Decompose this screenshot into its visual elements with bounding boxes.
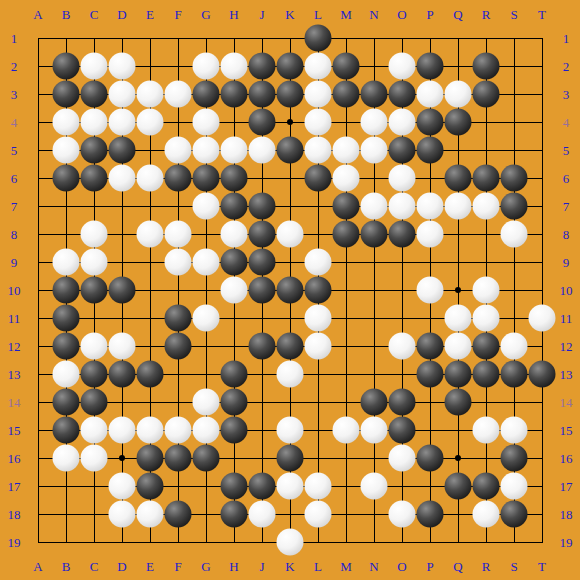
intersection-F17[interactable] [164,472,192,500]
intersection-A4[interactable] [24,108,52,136]
intersection-D10[interactable] [108,276,136,304]
intersection-C9[interactable] [80,248,108,276]
intersection-R10[interactable] [472,276,500,304]
intersection-T2[interactable] [528,52,556,80]
intersection-C15[interactable] [80,416,108,444]
intersection-J2[interactable] [248,52,276,80]
intersection-C10[interactable] [80,276,108,304]
intersection-N18[interactable] [360,500,388,528]
intersection-R8[interactable] [472,220,500,248]
intersection-F13[interactable] [164,360,192,388]
intersection-K10[interactable] [276,276,304,304]
intersection-Q5[interactable] [444,136,472,164]
intersection-O1[interactable] [388,24,416,52]
intersection-M11[interactable] [332,304,360,332]
intersection-Q19[interactable] [444,528,472,556]
intersection-L2[interactable] [304,52,332,80]
intersection-P6[interactable] [416,164,444,192]
intersection-R11[interactable] [472,304,500,332]
intersection-K16[interactable] [276,444,304,472]
intersection-R5[interactable] [472,136,500,164]
intersection-R17[interactable] [472,472,500,500]
intersection-A13[interactable] [24,360,52,388]
intersection-Q17[interactable] [444,472,472,500]
intersection-H1[interactable] [220,24,248,52]
intersection-J9[interactable] [248,248,276,276]
intersection-T8[interactable] [528,220,556,248]
intersection-D3[interactable] [108,80,136,108]
intersection-R12[interactable] [472,332,500,360]
intersection-B14[interactable] [52,388,80,416]
intersection-D19[interactable] [108,528,136,556]
intersection-K17[interactable] [276,472,304,500]
intersection-O11[interactable] [388,304,416,332]
intersection-P8[interactable] [416,220,444,248]
intersection-K8[interactable] [276,220,304,248]
intersection-S19[interactable] [500,528,528,556]
intersection-N14[interactable] [360,388,388,416]
intersection-G3[interactable] [192,80,220,108]
intersection-D18[interactable] [108,500,136,528]
intersection-G13[interactable] [192,360,220,388]
intersection-B17[interactable] [52,472,80,500]
intersection-G19[interactable] [192,528,220,556]
intersection-H5[interactable] [220,136,248,164]
intersection-R3[interactable] [472,80,500,108]
intersection-H17[interactable] [220,472,248,500]
intersection-E19[interactable] [136,528,164,556]
intersection-A7[interactable] [24,192,52,220]
intersection-B2[interactable] [52,52,80,80]
intersection-G11[interactable] [192,304,220,332]
intersection-D13[interactable] [108,360,136,388]
intersection-F19[interactable] [164,528,192,556]
intersection-P9[interactable] [416,248,444,276]
intersection-E1[interactable] [136,24,164,52]
intersection-M12[interactable] [332,332,360,360]
intersection-M16[interactable] [332,444,360,472]
intersection-K1[interactable] [276,24,304,52]
intersection-B9[interactable] [52,248,80,276]
intersection-S12[interactable] [500,332,528,360]
intersection-J4[interactable] [248,108,276,136]
intersection-K11[interactable] [276,304,304,332]
intersection-G7[interactable] [192,192,220,220]
intersection-D11[interactable] [108,304,136,332]
intersection-N1[interactable] [360,24,388,52]
intersection-N15[interactable] [360,416,388,444]
intersection-T17[interactable] [528,472,556,500]
intersection-L5[interactable] [304,136,332,164]
intersection-G10[interactable] [192,276,220,304]
intersection-G5[interactable] [192,136,220,164]
intersection-N13[interactable] [360,360,388,388]
intersection-E14[interactable] [136,388,164,416]
intersection-B5[interactable] [52,136,80,164]
intersection-G8[interactable] [192,220,220,248]
intersection-C8[interactable] [80,220,108,248]
intersection-G16[interactable] [192,444,220,472]
intersection-M13[interactable] [332,360,360,388]
intersection-E15[interactable] [136,416,164,444]
intersection-N9[interactable] [360,248,388,276]
intersection-N8[interactable] [360,220,388,248]
intersection-P7[interactable] [416,192,444,220]
intersection-D6[interactable] [108,164,136,192]
intersection-T1[interactable] [528,24,556,52]
intersection-S4[interactable] [500,108,528,136]
intersection-T12[interactable] [528,332,556,360]
intersection-F14[interactable] [164,388,192,416]
intersection-M2[interactable] [332,52,360,80]
intersection-B7[interactable] [52,192,80,220]
intersection-D9[interactable] [108,248,136,276]
intersection-E11[interactable] [136,304,164,332]
intersection-A17[interactable] [24,472,52,500]
intersection-D2[interactable] [108,52,136,80]
intersection-K6[interactable] [276,164,304,192]
intersection-L17[interactable] [304,472,332,500]
intersection-J16[interactable] [248,444,276,472]
intersection-L6[interactable] [304,164,332,192]
intersection-F9[interactable] [164,248,192,276]
intersection-C19[interactable] [80,528,108,556]
intersection-B6[interactable] [52,164,80,192]
intersection-M15[interactable] [332,416,360,444]
intersection-N17[interactable] [360,472,388,500]
intersection-J1[interactable] [248,24,276,52]
intersection-M4[interactable] [332,108,360,136]
intersection-S2[interactable] [500,52,528,80]
intersection-B12[interactable] [52,332,80,360]
intersection-F6[interactable] [164,164,192,192]
intersection-S18[interactable] [500,500,528,528]
intersection-L18[interactable] [304,500,332,528]
intersection-K19[interactable] [276,528,304,556]
intersection-S8[interactable] [500,220,528,248]
intersection-D1[interactable] [108,24,136,52]
intersection-R16[interactable] [472,444,500,472]
intersection-O7[interactable] [388,192,416,220]
intersection-H18[interactable] [220,500,248,528]
intersection-R6[interactable] [472,164,500,192]
intersection-L9[interactable] [304,248,332,276]
intersection-S5[interactable] [500,136,528,164]
intersection-Q7[interactable] [444,192,472,220]
intersection-A11[interactable] [24,304,52,332]
intersection-G4[interactable] [192,108,220,136]
intersection-J11[interactable] [248,304,276,332]
intersection-F2[interactable] [164,52,192,80]
intersection-R14[interactable] [472,388,500,416]
intersection-F10[interactable] [164,276,192,304]
intersection-A9[interactable] [24,248,52,276]
intersection-C16[interactable] [80,444,108,472]
intersection-S3[interactable] [500,80,528,108]
intersection-T13[interactable] [528,360,556,388]
intersection-K15[interactable] [276,416,304,444]
intersection-H3[interactable] [220,80,248,108]
intersection-R4[interactable] [472,108,500,136]
intersection-S6[interactable] [500,164,528,192]
intersection-H15[interactable] [220,416,248,444]
intersection-B8[interactable] [52,220,80,248]
intersection-K9[interactable] [276,248,304,276]
intersection-J13[interactable] [248,360,276,388]
intersection-A19[interactable] [24,528,52,556]
intersection-B10[interactable] [52,276,80,304]
intersection-N6[interactable] [360,164,388,192]
intersection-N12[interactable] [360,332,388,360]
intersection-M5[interactable] [332,136,360,164]
intersection-J14[interactable] [248,388,276,416]
intersection-K18[interactable] [276,500,304,528]
intersection-O10[interactable] [388,276,416,304]
intersection-M19[interactable] [332,528,360,556]
intersection-A15[interactable] [24,416,52,444]
intersection-D17[interactable] [108,472,136,500]
intersection-D14[interactable] [108,388,136,416]
intersection-L19[interactable] [304,528,332,556]
intersection-S16[interactable] [500,444,528,472]
intersection-N5[interactable] [360,136,388,164]
intersection-S1[interactable] [500,24,528,52]
intersection-J10[interactable] [248,276,276,304]
intersection-Q18[interactable] [444,500,472,528]
intersection-Q4[interactable] [444,108,472,136]
intersection-E17[interactable] [136,472,164,500]
intersection-P12[interactable] [416,332,444,360]
intersection-B3[interactable] [52,80,80,108]
intersection-S7[interactable] [500,192,528,220]
intersection-T3[interactable] [528,80,556,108]
intersection-H4[interactable] [220,108,248,136]
intersection-H13[interactable] [220,360,248,388]
intersection-A14[interactable] [24,388,52,416]
intersection-D4[interactable] [108,108,136,136]
intersection-E5[interactable] [136,136,164,164]
intersection-F8[interactable] [164,220,192,248]
intersection-M10[interactable] [332,276,360,304]
intersection-R13[interactable] [472,360,500,388]
intersection-B19[interactable] [52,528,80,556]
intersection-J7[interactable] [248,192,276,220]
intersection-R15[interactable] [472,416,500,444]
intersection-J19[interactable] [248,528,276,556]
intersection-T19[interactable] [528,528,556,556]
intersection-O5[interactable] [388,136,416,164]
intersection-S10[interactable] [500,276,528,304]
intersection-O6[interactable] [388,164,416,192]
intersection-D8[interactable] [108,220,136,248]
intersection-M3[interactable] [332,80,360,108]
intersection-K5[interactable] [276,136,304,164]
intersection-A6[interactable] [24,164,52,192]
intersection-C18[interactable] [80,500,108,528]
intersection-E2[interactable] [136,52,164,80]
intersection-C13[interactable] [80,360,108,388]
intersection-Q9[interactable] [444,248,472,276]
intersection-Q13[interactable] [444,360,472,388]
intersection-T9[interactable] [528,248,556,276]
intersection-S13[interactable] [500,360,528,388]
intersection-O16[interactable] [388,444,416,472]
intersection-C5[interactable] [80,136,108,164]
intersection-S11[interactable] [500,304,528,332]
intersection-Q14[interactable] [444,388,472,416]
intersection-H6[interactable] [220,164,248,192]
intersection-Q1[interactable] [444,24,472,52]
intersection-O15[interactable] [388,416,416,444]
intersection-A2[interactable] [24,52,52,80]
intersection-S9[interactable] [500,248,528,276]
intersection-L15[interactable] [304,416,332,444]
intersection-E16[interactable] [136,444,164,472]
intersection-K13[interactable] [276,360,304,388]
intersection-N10[interactable] [360,276,388,304]
intersection-O3[interactable] [388,80,416,108]
intersection-H2[interactable] [220,52,248,80]
intersection-G18[interactable] [192,500,220,528]
intersection-T14[interactable] [528,388,556,416]
intersection-B15[interactable] [52,416,80,444]
intersection-J15[interactable] [248,416,276,444]
intersection-N2[interactable] [360,52,388,80]
intersection-D15[interactable] [108,416,136,444]
intersection-A16[interactable] [24,444,52,472]
intersection-O19[interactable] [388,528,416,556]
intersection-B13[interactable] [52,360,80,388]
intersection-T10[interactable] [528,276,556,304]
intersection-K7[interactable] [276,192,304,220]
intersection-L13[interactable] [304,360,332,388]
intersection-G1[interactable] [192,24,220,52]
intersection-P5[interactable] [416,136,444,164]
intersection-L10[interactable] [304,276,332,304]
intersection-Q10[interactable] [444,276,472,304]
intersection-A5[interactable] [24,136,52,164]
intersection-L4[interactable] [304,108,332,136]
intersection-H16[interactable] [220,444,248,472]
intersection-G17[interactable] [192,472,220,500]
intersection-T7[interactable] [528,192,556,220]
intersection-A12[interactable] [24,332,52,360]
intersection-T15[interactable] [528,416,556,444]
intersection-S14[interactable] [500,388,528,416]
intersection-J5[interactable] [248,136,276,164]
intersection-C4[interactable] [80,108,108,136]
intersection-F7[interactable] [164,192,192,220]
intersection-M18[interactable] [332,500,360,528]
intersection-D7[interactable] [108,192,136,220]
intersection-E10[interactable] [136,276,164,304]
intersection-O4[interactable] [388,108,416,136]
intersection-H19[interactable] [220,528,248,556]
intersection-L8[interactable] [304,220,332,248]
intersection-P4[interactable] [416,108,444,136]
intersection-O17[interactable] [388,472,416,500]
intersection-A8[interactable] [24,220,52,248]
intersection-L1[interactable] [304,24,332,52]
intersection-A10[interactable] [24,276,52,304]
intersection-C14[interactable] [80,388,108,416]
intersection-M1[interactable] [332,24,360,52]
intersection-K14[interactable] [276,388,304,416]
intersection-D16[interactable] [108,444,136,472]
intersection-H10[interactable] [220,276,248,304]
intersection-M17[interactable] [332,472,360,500]
intersection-C12[interactable] [80,332,108,360]
intersection-N4[interactable] [360,108,388,136]
intersection-E9[interactable] [136,248,164,276]
intersection-R2[interactable] [472,52,500,80]
intersection-T11[interactable] [528,304,556,332]
intersection-E8[interactable] [136,220,164,248]
intersection-F5[interactable] [164,136,192,164]
intersection-B16[interactable] [52,444,80,472]
intersection-E18[interactable] [136,500,164,528]
intersection-B4[interactable] [52,108,80,136]
intersection-Q2[interactable] [444,52,472,80]
intersection-J18[interactable] [248,500,276,528]
intersection-O14[interactable] [388,388,416,416]
intersection-F15[interactable] [164,416,192,444]
intersection-C2[interactable] [80,52,108,80]
intersection-N19[interactable] [360,528,388,556]
intersection-K3[interactable] [276,80,304,108]
intersection-K4[interactable] [276,108,304,136]
intersection-H8[interactable] [220,220,248,248]
intersection-L7[interactable] [304,192,332,220]
intersection-K12[interactable] [276,332,304,360]
intersection-G2[interactable] [192,52,220,80]
intersection-N7[interactable] [360,192,388,220]
intersection-B18[interactable] [52,500,80,528]
intersection-E12[interactable] [136,332,164,360]
intersection-M9[interactable] [332,248,360,276]
intersection-M14[interactable] [332,388,360,416]
intersection-T4[interactable] [528,108,556,136]
intersection-C11[interactable] [80,304,108,332]
intersection-T6[interactable] [528,164,556,192]
intersection-S15[interactable] [500,416,528,444]
intersection-N3[interactable] [360,80,388,108]
intersection-Q15[interactable] [444,416,472,444]
intersection-R9[interactable] [472,248,500,276]
intersection-K2[interactable] [276,52,304,80]
intersection-Q16[interactable] [444,444,472,472]
intersection-F11[interactable] [164,304,192,332]
intersection-O2[interactable] [388,52,416,80]
intersection-S17[interactable] [500,472,528,500]
intersection-N16[interactable] [360,444,388,472]
intersection-M6[interactable] [332,164,360,192]
intersection-G12[interactable] [192,332,220,360]
intersection-J8[interactable] [248,220,276,248]
intersection-R19[interactable] [472,528,500,556]
intersection-O8[interactable] [388,220,416,248]
intersection-A3[interactable] [24,80,52,108]
intersection-F18[interactable] [164,500,192,528]
intersection-Q8[interactable] [444,220,472,248]
intersection-O9[interactable] [388,248,416,276]
intersection-E13[interactable] [136,360,164,388]
intersection-F4[interactable] [164,108,192,136]
intersection-P17[interactable] [416,472,444,500]
intersection-C17[interactable] [80,472,108,500]
intersection-J3[interactable] [248,80,276,108]
intersection-G14[interactable] [192,388,220,416]
